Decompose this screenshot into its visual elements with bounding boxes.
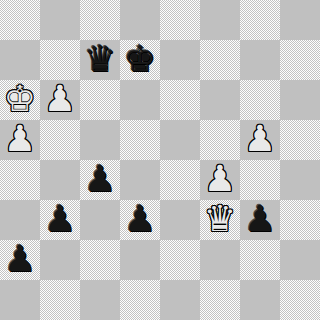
chess-board: ♛♚♚♟♟♟♟♟♟♟♛♟♟: [0, 0, 320, 320]
square-h3[interactable]: [280, 200, 320, 240]
square-h5[interactable]: [280, 120, 320, 160]
square-h7[interactable]: [280, 40, 320, 80]
black-pawn[interactable]: ♟: [244, 200, 276, 239]
square-g1[interactable]: [240, 280, 280, 320]
square-e4[interactable]: [160, 160, 200, 200]
square-g4[interactable]: [240, 160, 280, 200]
white-pawn[interactable]: ♟: [4, 120, 36, 159]
square-d7[interactable]: ♚: [120, 40, 160, 80]
white-pawn[interactable]: ♟: [44, 80, 76, 119]
square-c8[interactable]: [80, 0, 120, 40]
square-g6[interactable]: [240, 80, 280, 120]
square-b5[interactable]: [40, 120, 80, 160]
square-e6[interactable]: [160, 80, 200, 120]
black-pawn[interactable]: ♟: [84, 160, 116, 199]
square-b8[interactable]: [40, 0, 80, 40]
square-d4[interactable]: [120, 160, 160, 200]
square-g2[interactable]: [240, 240, 280, 280]
black-queen[interactable]: ♛: [84, 40, 116, 79]
square-g8[interactable]: [240, 0, 280, 40]
square-e7[interactable]: [160, 40, 200, 80]
square-a8[interactable]: [0, 0, 40, 40]
square-f3[interactable]: ♛: [200, 200, 240, 240]
square-a1[interactable]: [0, 280, 40, 320]
square-f7[interactable]: [200, 40, 240, 80]
square-h8[interactable]: [280, 0, 320, 40]
square-a7[interactable]: [0, 40, 40, 80]
square-d2[interactable]: [120, 240, 160, 280]
square-c3[interactable]: [80, 200, 120, 240]
square-b1[interactable]: [40, 280, 80, 320]
square-a5[interactable]: ♟: [0, 120, 40, 160]
black-king[interactable]: ♚: [124, 40, 156, 79]
square-c4[interactable]: ♟: [80, 160, 120, 200]
black-pawn[interactable]: ♟: [4, 240, 36, 279]
square-e8[interactable]: [160, 0, 200, 40]
black-pawn[interactable]: ♟: [124, 200, 156, 239]
square-b2[interactable]: [40, 240, 80, 280]
square-d5[interactable]: [120, 120, 160, 160]
square-c2[interactable]: [80, 240, 120, 280]
square-f2[interactable]: [200, 240, 240, 280]
black-pawn[interactable]: ♟: [44, 200, 76, 239]
square-b6[interactable]: ♟: [40, 80, 80, 120]
square-f6[interactable]: [200, 80, 240, 120]
square-f4[interactable]: ♟: [200, 160, 240, 200]
white-pawn[interactable]: ♟: [204, 160, 236, 199]
square-e5[interactable]: [160, 120, 200, 160]
square-a2[interactable]: ♟: [0, 240, 40, 280]
square-g5[interactable]: ♟: [240, 120, 280, 160]
square-f8[interactable]: [200, 0, 240, 40]
square-h6[interactable]: [280, 80, 320, 120]
square-a4[interactable]: [0, 160, 40, 200]
white-pawn[interactable]: ♟: [244, 120, 276, 159]
square-f1[interactable]: [200, 280, 240, 320]
square-h4[interactable]: [280, 160, 320, 200]
square-c1[interactable]: [80, 280, 120, 320]
square-e3[interactable]: [160, 200, 200, 240]
square-h1[interactable]: [280, 280, 320, 320]
square-g7[interactable]: [240, 40, 280, 80]
white-king[interactable]: ♚: [4, 80, 36, 119]
square-d1[interactable]: [120, 280, 160, 320]
square-g3[interactable]: ♟: [240, 200, 280, 240]
square-e2[interactable]: [160, 240, 200, 280]
square-c6[interactable]: [80, 80, 120, 120]
square-f5[interactable]: [200, 120, 240, 160]
white-queen[interactable]: ♛: [204, 200, 236, 239]
square-a6[interactable]: ♚: [0, 80, 40, 120]
square-d8[interactable]: [120, 0, 160, 40]
square-c7[interactable]: ♛: [80, 40, 120, 80]
square-e1[interactable]: [160, 280, 200, 320]
square-d6[interactable]: [120, 80, 160, 120]
square-h2[interactable]: [280, 240, 320, 280]
square-b7[interactable]: [40, 40, 80, 80]
square-d3[interactable]: ♟: [120, 200, 160, 240]
square-b4[interactable]: [40, 160, 80, 200]
square-b3[interactable]: ♟: [40, 200, 80, 240]
square-c5[interactable]: [80, 120, 120, 160]
square-a3[interactable]: [0, 200, 40, 240]
